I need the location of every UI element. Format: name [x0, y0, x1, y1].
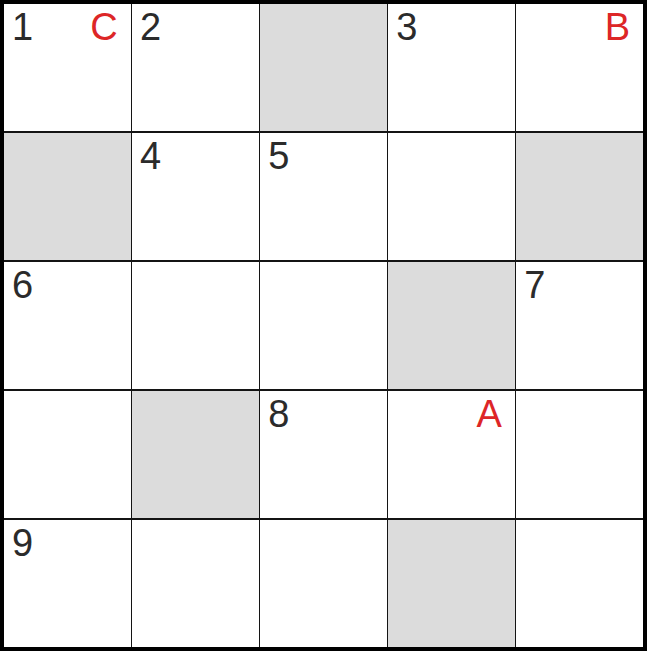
clue-number: 5	[268, 136, 289, 178]
cell-r0c3[interactable]: 3	[388, 4, 515, 131]
cell-r1c2[interactable]: 5	[260, 133, 387, 260]
clue-number: 4	[140, 136, 161, 178]
cell-r2c1[interactable]	[132, 262, 259, 389]
clue-number: 1	[12, 7, 33, 49]
cell-r4c1[interactable]	[132, 520, 259, 647]
cell-r4c4[interactable]	[516, 520, 643, 647]
block-cell-r3c1	[132, 391, 259, 518]
cell-r0c1[interactable]: 2	[132, 4, 259, 131]
cell-r4c0[interactable]: 9	[4, 520, 131, 647]
clue-number: 7	[524, 265, 545, 307]
marker-letter: B	[605, 7, 630, 49]
clue-number: 3	[396, 7, 417, 49]
cell-r1c1[interactable]: 4	[132, 133, 259, 260]
cell-r3c2[interactable]: 8	[260, 391, 387, 518]
marker-letter: A	[477, 394, 502, 436]
marker-letter: C	[90, 7, 117, 49]
clue-number: 8	[268, 394, 289, 436]
block-cell-r2c3	[388, 262, 515, 389]
clue-number: 9	[12, 523, 33, 565]
cell-r0c0[interactable]: 1C	[4, 4, 131, 131]
cell-r3c0[interactable]	[4, 391, 131, 518]
clue-number: 2	[140, 7, 161, 49]
crossword-grid: 1C23B45678A9	[0, 0, 647, 651]
cell-r0c4[interactable]: B	[516, 4, 643, 131]
block-cell-r4c3	[388, 520, 515, 647]
cell-r4c2[interactable]	[260, 520, 387, 647]
cell-r1c3[interactable]	[388, 133, 515, 260]
clue-number: 6	[12, 265, 33, 307]
cell-r2c4[interactable]: 7	[516, 262, 643, 389]
block-cell-r1c0	[4, 133, 131, 260]
cell-r2c2[interactable]	[260, 262, 387, 389]
block-cell-r1c4	[516, 133, 643, 260]
cell-r3c3[interactable]: A	[388, 391, 515, 518]
cell-r3c4[interactable]	[516, 391, 643, 518]
block-cell-r0c2	[260, 4, 387, 131]
cell-r2c0[interactable]: 6	[4, 262, 131, 389]
